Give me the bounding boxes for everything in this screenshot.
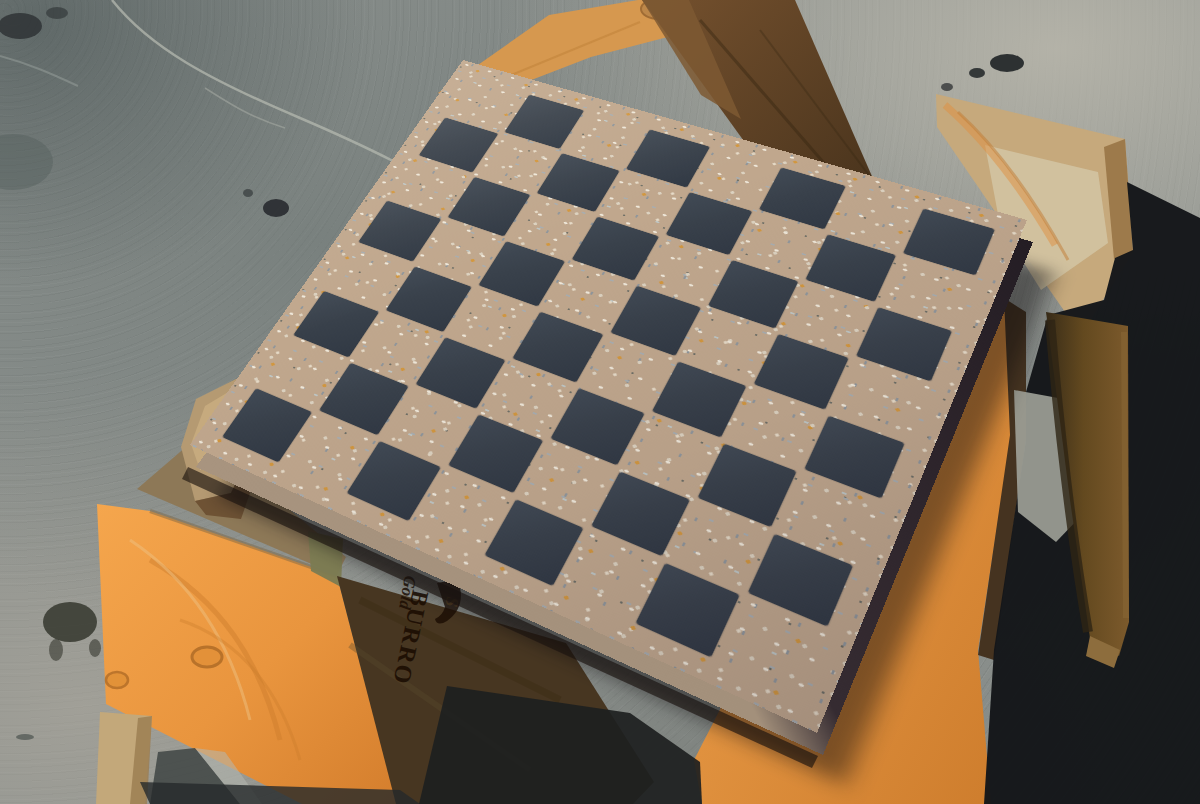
stain bbox=[46, 7, 68, 19]
photo-scene: Gold BURRO S bbox=[0, 0, 1200, 804]
stain bbox=[969, 68, 985, 78]
stain bbox=[990, 54, 1024, 72]
paint-drip bbox=[49, 639, 63, 661]
stain bbox=[0, 13, 42, 39]
right-leg-highlight bbox=[1124, 332, 1126, 618]
paint-drip bbox=[89, 639, 101, 657]
stain bbox=[243, 189, 253, 197]
wood-knot bbox=[106, 672, 128, 688]
stain bbox=[941, 83, 953, 91]
paint-stain bbox=[43, 602, 97, 642]
crack-small bbox=[0, 56, 78, 86]
twig bbox=[16, 734, 34, 740]
stain bbox=[0, 134, 53, 190]
wood-knot bbox=[192, 647, 222, 667]
between-legs-shadow bbox=[419, 686, 702, 804]
ground-cracks bbox=[0, 0, 452, 196]
stain bbox=[263, 199, 289, 217]
